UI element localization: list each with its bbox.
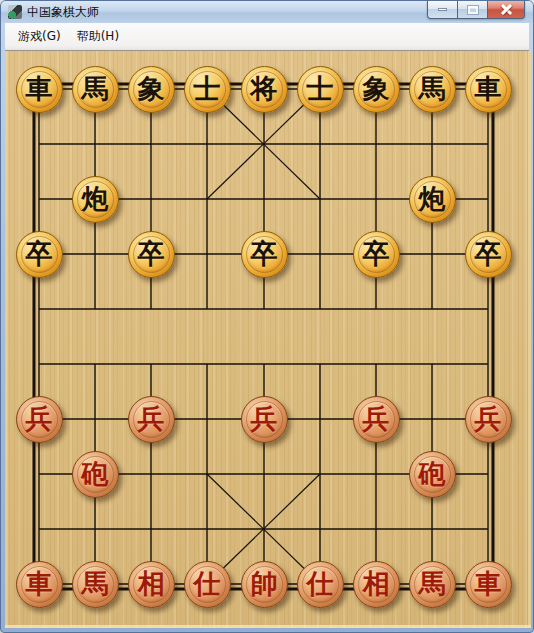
- piece-red-soldier[interactable]: 兵: [16, 396, 63, 443]
- piece-red-soldier[interactable]: 兵: [128, 396, 175, 443]
- piece-glyph: 車: [475, 570, 502, 597]
- piece-red-chariot[interactable]: 車: [16, 561, 63, 608]
- piece-black-soldier[interactable]: 卒: [241, 231, 288, 278]
- piece-glyph: 兵: [251, 405, 278, 432]
- piece-black-soldier[interactable]: 卒: [16, 231, 63, 278]
- piece-black-chariot[interactable]: 車: [16, 66, 63, 113]
- menu-item-help[interactable]: 帮助(H): [69, 25, 127, 48]
- app-window: 中国象棋大师 游戏(G) 帮助(H) 車馬象士将士象馬車炮炮卒卒卒卒卒兵兵兵兵兵…: [0, 0, 534, 633]
- piece-glyph: 仕: [307, 570, 334, 597]
- title-bar[interactable]: 中国象棋大师: [1, 1, 533, 23]
- minimize-icon: [438, 8, 447, 11]
- piece-black-soldier[interactable]: 卒: [353, 231, 400, 278]
- piece-black-general[interactable]: 将: [241, 66, 288, 113]
- piece-glyph: 兵: [475, 405, 502, 432]
- close-icon: [501, 4, 512, 15]
- maximize-button[interactable]: [458, 1, 487, 19]
- piece-black-cannon[interactable]: 炮: [72, 176, 119, 223]
- piece-glyph: 砲: [82, 460, 109, 487]
- piece-black-chariot[interactable]: 車: [465, 66, 512, 113]
- piece-red-horse[interactable]: 馬: [72, 561, 119, 608]
- piece-black-elephant[interactable]: 象: [128, 66, 175, 113]
- piece-glyph: 相: [138, 570, 165, 597]
- menu-bar: 游戏(G) 帮助(H): [5, 23, 529, 51]
- piece-glyph: 象: [138, 75, 165, 102]
- piece-black-horse[interactable]: 馬: [72, 66, 119, 113]
- piece-glyph: 馬: [82, 570, 109, 597]
- piece-glyph: 士: [307, 75, 334, 102]
- piece-glyph: 卒: [251, 240, 278, 267]
- piece-black-advisor[interactable]: 士: [184, 66, 231, 113]
- piece-red-soldier[interactable]: 兵: [465, 396, 512, 443]
- piece-glyph: 象: [363, 75, 390, 102]
- board-grid: [5, 51, 531, 628]
- piece-black-elephant[interactable]: 象: [353, 66, 400, 113]
- piece-black-soldier[interactable]: 卒: [128, 231, 175, 278]
- piece-glyph: 兵: [26, 405, 53, 432]
- piece-black-cannon[interactable]: 炮: [409, 176, 456, 223]
- piece-glyph: 仕: [194, 570, 221, 597]
- piece-red-advisor[interactable]: 仕: [184, 561, 231, 608]
- piece-glyph: 炮: [419, 185, 446, 212]
- maximize-icon: [468, 6, 478, 14]
- piece-glyph: 車: [26, 75, 53, 102]
- piece-glyph: 将: [251, 75, 278, 102]
- piece-glyph: 馬: [419, 570, 446, 597]
- piece-red-elephant[interactable]: 相: [128, 561, 175, 608]
- piece-glyph: 車: [475, 75, 502, 102]
- caption-buttons: [427, 1, 525, 19]
- piece-glyph: 車: [26, 570, 53, 597]
- piece-glyph: 炮: [82, 185, 109, 212]
- piece-black-soldier[interactable]: 卒: [465, 231, 512, 278]
- menu-item-game[interactable]: 游戏(G): [10, 25, 69, 48]
- piece-red-cannon[interactable]: 砲: [409, 451, 456, 498]
- xiangqi-board[interactable]: 車馬象士将士象馬車炮炮卒卒卒卒卒兵兵兵兵兵砲砲車馬相仕帥仕相馬車: [5, 51, 531, 628]
- piece-red-general[interactable]: 帥: [241, 561, 288, 608]
- app-icon: [8, 5, 22, 19]
- window-title: 中国象棋大师: [27, 1, 99, 23]
- piece-red-cannon[interactable]: 砲: [72, 451, 119, 498]
- close-button[interactable]: [487, 1, 525, 19]
- piece-red-elephant[interactable]: 相: [353, 561, 400, 608]
- piece-glyph: 砲: [419, 460, 446, 487]
- piece-red-soldier[interactable]: 兵: [241, 396, 288, 443]
- piece-glyph: 帥: [251, 570, 278, 597]
- piece-glyph: 馬: [419, 75, 446, 102]
- minimize-button[interactable]: [427, 1, 458, 19]
- piece-glyph: 士: [194, 75, 221, 102]
- piece-red-horse[interactable]: 馬: [409, 561, 456, 608]
- piece-glyph: 相: [363, 570, 390, 597]
- piece-glyph: 卒: [475, 240, 502, 267]
- piece-black-advisor[interactable]: 士: [297, 66, 344, 113]
- piece-glyph: 馬: [82, 75, 109, 102]
- piece-red-soldier[interactable]: 兵: [353, 396, 400, 443]
- piece-glyph: 卒: [26, 240, 53, 267]
- piece-glyph: 兵: [363, 405, 390, 432]
- piece-red-chariot[interactable]: 車: [465, 561, 512, 608]
- piece-glyph: 卒: [138, 240, 165, 267]
- piece-glyph: 卒: [363, 240, 390, 267]
- piece-glyph: 兵: [138, 405, 165, 432]
- piece-red-advisor[interactable]: 仕: [297, 561, 344, 608]
- piece-black-horse[interactable]: 馬: [409, 66, 456, 113]
